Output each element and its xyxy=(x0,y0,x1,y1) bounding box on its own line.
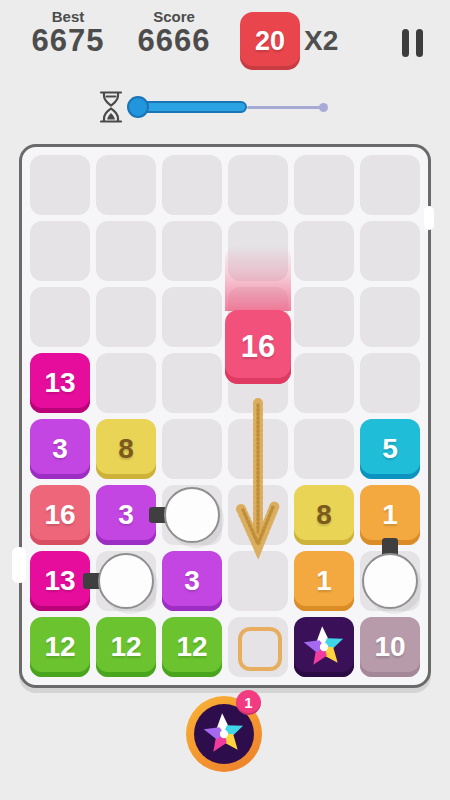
best-value: 6675 xyxy=(22,25,114,58)
board-cell[interactable] xyxy=(228,617,288,677)
board-cell[interactable]: 3 xyxy=(162,551,222,611)
board-cell[interactable]: 16 xyxy=(30,485,90,545)
board-cell[interactable] xyxy=(162,353,222,413)
best-stat: Best 6675 xyxy=(22,8,114,58)
hourglass-icon xyxy=(98,90,124,124)
booster-count-badge: 1 xyxy=(236,690,261,715)
board-cell[interactable] xyxy=(162,221,222,281)
star-icon xyxy=(301,624,347,670)
tile-12: 12 xyxy=(30,617,90,677)
game-board: 1338516381133112121210 16 xyxy=(19,144,431,688)
pause-button[interactable] xyxy=(392,26,432,60)
board-cell[interactable]: 5 xyxy=(360,419,420,479)
board-cell[interactable]: 10 xyxy=(360,617,420,677)
tile-3: 3 xyxy=(96,485,156,545)
board-cell[interactable]: 1 xyxy=(360,485,420,545)
pause-icon xyxy=(416,29,423,57)
drop-target-outline xyxy=(238,627,282,671)
board-cell[interactable]: 1 xyxy=(294,551,354,611)
board-cell[interactable] xyxy=(162,419,222,479)
board-cell[interactable] xyxy=(228,155,288,215)
board-cell[interactable] xyxy=(162,287,222,347)
board-cell[interactable] xyxy=(96,551,156,611)
board-cell[interactable]: 12 xyxy=(96,617,156,677)
board-cell[interactable] xyxy=(360,221,420,281)
timer-end-dot xyxy=(319,103,328,112)
tile-12: 12 xyxy=(162,617,222,677)
board-cell[interactable] xyxy=(294,419,354,479)
board-cell[interactable] xyxy=(294,287,354,347)
circle-piece xyxy=(362,553,418,609)
tile-8: 8 xyxy=(294,485,354,545)
board-cell[interactable]: 8 xyxy=(294,485,354,545)
board-cell[interactable] xyxy=(162,485,222,545)
next-tile-preview: 20 xyxy=(240,12,300,70)
multiplier-label: X2 xyxy=(304,12,338,70)
board-cell[interactable] xyxy=(162,155,222,215)
tile-5: 5 xyxy=(360,419,420,479)
board-cell[interactable] xyxy=(360,155,420,215)
tile-1: 1 xyxy=(294,551,354,611)
board-cell[interactable] xyxy=(96,221,156,281)
board-cell[interactable] xyxy=(294,617,354,677)
score-stat: Score 6666 xyxy=(128,8,220,58)
tile-1: 1 xyxy=(360,485,420,545)
board-cell[interactable] xyxy=(30,287,90,347)
star-wild-tile xyxy=(294,617,354,677)
board-cell[interactable] xyxy=(96,155,156,215)
circle-piece xyxy=(98,553,154,609)
tile-16: 16 xyxy=(30,485,90,545)
board-cell[interactable]: 3 xyxy=(96,485,156,545)
score-value: 6666 xyxy=(128,25,220,58)
tile-3: 3 xyxy=(162,551,222,611)
pause-icon xyxy=(402,29,409,57)
wall-hole xyxy=(424,206,434,230)
wall-hole xyxy=(12,547,26,583)
board-cell[interactable]: 13 xyxy=(30,551,90,611)
drop-arrow-icon xyxy=(236,397,280,579)
board-cell[interactable] xyxy=(96,287,156,347)
board-cell[interactable] xyxy=(294,155,354,215)
board-cell[interactable] xyxy=(294,353,354,413)
timer-row xyxy=(98,90,338,126)
board-cell[interactable]: 13 xyxy=(30,353,90,413)
circle-piece xyxy=(164,487,220,543)
timer-thumb xyxy=(127,96,149,118)
board-cell[interactable] xyxy=(96,353,156,413)
tile-13: 13 xyxy=(30,353,90,413)
timer-slider xyxy=(127,94,333,120)
tile-12: 12 xyxy=(96,617,156,677)
board-cell[interactable] xyxy=(30,221,90,281)
board-cell[interactable] xyxy=(30,155,90,215)
board-grid: 1338516381133112121210 xyxy=(22,147,428,685)
tile-3: 3 xyxy=(30,419,90,479)
timer-track xyxy=(247,106,323,109)
board-cell[interactable] xyxy=(294,221,354,281)
star-icon xyxy=(201,711,247,757)
board-cell[interactable] xyxy=(360,287,420,347)
board-cell[interactable] xyxy=(360,551,420,611)
tile-10: 10 xyxy=(360,617,420,677)
board-cell[interactable]: 12 xyxy=(30,617,90,677)
board-cell[interactable]: 12 xyxy=(162,617,222,677)
timer-fill xyxy=(132,101,247,113)
falling-tile-trail xyxy=(225,245,291,311)
falling-tile-16: 16 xyxy=(225,310,291,384)
board-cell[interactable]: 8 xyxy=(96,419,156,479)
tile-13: 13 xyxy=(30,551,90,611)
board-cell[interactable] xyxy=(360,353,420,413)
tile-8: 8 xyxy=(96,419,156,479)
board-cell[interactable]: 3 xyxy=(30,419,90,479)
